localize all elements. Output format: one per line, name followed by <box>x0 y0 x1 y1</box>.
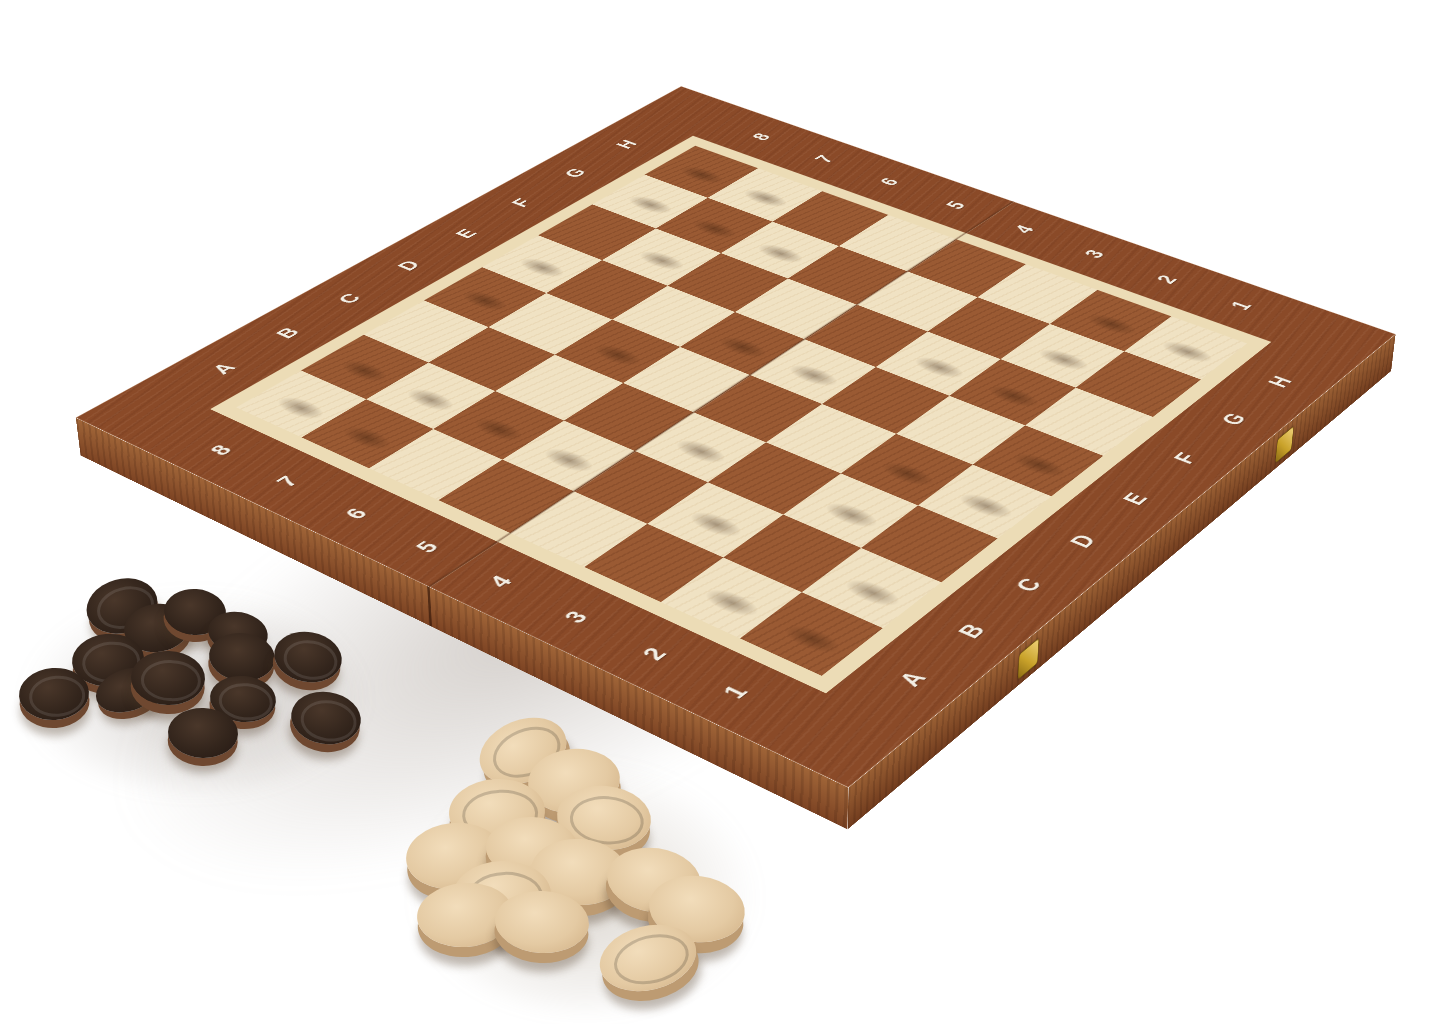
piece-shadow <box>1157 338 1218 366</box>
piece-shadow <box>1082 311 1142 338</box>
white-queen-glyph: ♛ <box>935 329 1036 509</box>
black-pawn-glyph: ♟ <box>469 328 528 433</box>
brass-clasp-2 <box>1018 638 1040 681</box>
white-rook-glyph: ♜ <box>773 506 849 642</box>
checker-ring-groove <box>280 636 341 684</box>
piece-shadow <box>633 248 690 273</box>
black-pawn-glyph: ♟ <box>338 336 397 442</box>
piece-shadow <box>687 217 743 241</box>
black-bishop-glyph: ♝ <box>391 261 471 403</box>
piece-shadow <box>752 241 809 266</box>
piece-shadow <box>738 186 793 210</box>
product-photo: 8877665544332211HHGGFFEEDDCCBBAA ♜♞♛♚♞♜♟… <box>0 0 1442 1024</box>
black-rook-glyph: ♜ <box>267 289 335 411</box>
piece-shadow <box>623 193 678 217</box>
white-pawn-glyph: ♟ <box>699 492 763 606</box>
black-pawn-glyph: ♟ <box>539 357 599 464</box>
checker-ring-groove <box>28 674 87 718</box>
anchor-b5: ♟ <box>502 421 634 492</box>
piece-shadow <box>675 163 729 186</box>
checker-ring-groove <box>141 659 202 703</box>
fold-seam-edge <box>427 586 432 627</box>
checker-ring-groove <box>298 697 359 745</box>
piece-shadow <box>514 255 571 281</box>
brass-clasp-1 <box>1275 426 1294 464</box>
